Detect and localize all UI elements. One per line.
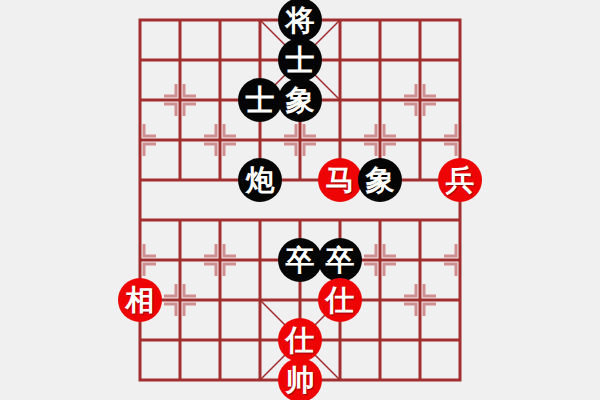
xiangqi-board: 将士士象炮马象兵卒卒相仕仕帅	[0, 0, 600, 400]
piece-black-soldier[interactable]: 卒	[318, 238, 362, 282]
piece-red-general[interactable]: 帅	[278, 358, 322, 400]
piece-red-elephant[interactable]: 相	[118, 278, 162, 322]
piece-black-elephant[interactable]: 象	[358, 158, 402, 202]
piece-red-advisor[interactable]: 仕	[278, 318, 322, 362]
piece-black-cannon[interactable]: 炮	[238, 158, 282, 202]
piece-black-advisor[interactable]: 士	[238, 78, 282, 122]
piece-black-soldier[interactable]: 卒	[278, 238, 322, 282]
board-grid: 将士士象炮马象兵卒卒相仕仕帅	[120, 0, 480, 400]
piece-black-elephant[interactable]: 象	[278, 78, 322, 122]
piece-black-general[interactable]: 将	[278, 0, 322, 42]
piece-black-advisor[interactable]: 士	[278, 38, 322, 82]
piece-red-soldier[interactable]: 兵	[438, 158, 482, 202]
piece-red-advisor[interactable]: 仕	[318, 278, 362, 322]
piece-red-horse[interactable]: 马	[318, 158, 362, 202]
